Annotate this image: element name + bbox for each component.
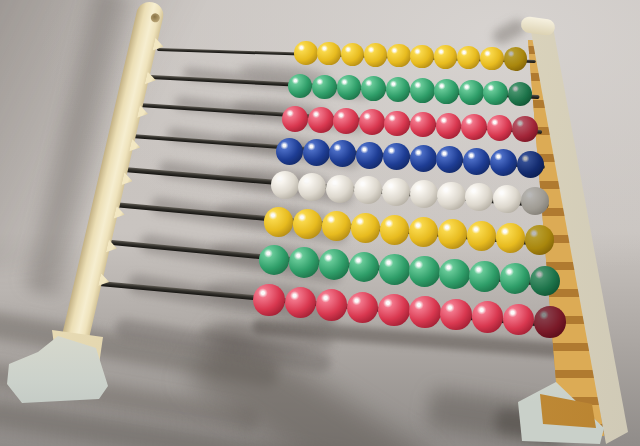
- bead-red[interactable]: [285, 287, 317, 319]
- bead-red[interactable]: [316, 289, 348, 321]
- left-rail-top-notch: [150, 12, 161, 23]
- bead-red[interactable]: [253, 284, 285, 316]
- abacus-photo: [0, 0, 640, 446]
- bead-red[interactable]: [472, 301, 504, 333]
- bead-red[interactable]: [503, 304, 535, 336]
- bead-red[interactable]: [534, 306, 566, 338]
- bead-red[interactable]: [347, 292, 379, 324]
- bead-red[interactable]: [409, 296, 441, 328]
- bead-red[interactable]: [378, 294, 410, 326]
- bead-red[interactable]: [440, 299, 472, 331]
